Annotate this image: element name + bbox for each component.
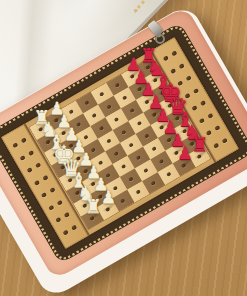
- peg-hole: [214, 125, 220, 131]
- peg-hole: [207, 113, 213, 119]
- peg-hole: [49, 187, 55, 193]
- peg-hole: [55, 217, 61, 223]
- peg-hole: [121, 164, 126, 169]
- peg-hole: [171, 51, 177, 57]
- peg-hole: [159, 159, 164, 164]
- peg-hole: [91, 113, 96, 118]
- peg-hole: [129, 142, 134, 147]
- peg-hole: [144, 134, 149, 139]
- peg-hole: [42, 175, 48, 181]
- peg-hole: [35, 162, 41, 168]
- peg-hole: [12, 142, 18, 148]
- zipper-pull-ring: [155, 34, 165, 44]
- peg-hole: [114, 117, 119, 122]
- peg-hole: [27, 167, 33, 173]
- peg-hole: [99, 91, 104, 96]
- peg-hole: [106, 139, 111, 144]
- white-rook[interactable]: ♜: [80, 192, 106, 220]
- peg-hole: [62, 229, 68, 235]
- peg-hole: [107, 104, 112, 109]
- peg-hole: [166, 172, 171, 177]
- peg-hole: [71, 224, 77, 230]
- peg-hole: [178, 63, 184, 69]
- peg-hole: [151, 146, 156, 151]
- peg-hole: [48, 205, 54, 211]
- peg-hole: [200, 100, 206, 106]
- peg-hole: [151, 181, 156, 186]
- peg-hole: [99, 126, 104, 131]
- peg-hole: [136, 155, 141, 160]
- peg-hole: [121, 130, 126, 135]
- peg-hole: [137, 121, 142, 126]
- peg-hole: [84, 100, 89, 105]
- peg-hole: [115, 83, 120, 88]
- peg-hole: [19, 155, 25, 161]
- peg-hole: [143, 168, 148, 173]
- peg-hole: [128, 177, 133, 182]
- peg-hole: [213, 142, 219, 148]
- peg-hole: [34, 180, 40, 186]
- peg-hole: [21, 137, 27, 143]
- peg-hole: [135, 189, 140, 194]
- peg-hole: [113, 151, 118, 156]
- peg-hole: [129, 108, 134, 113]
- peg-hole: [186, 75, 192, 81]
- red-pawn[interactable]: ♟: [172, 139, 198, 167]
- peg-hole: [57, 200, 63, 206]
- peg-hole: [193, 88, 199, 94]
- peg-hole: [64, 212, 70, 218]
- peg-hole: [221, 138, 227, 144]
- peg-hole: [122, 95, 127, 100]
- peg-hole: [28, 150, 34, 156]
- peg-hole: [41, 192, 47, 198]
